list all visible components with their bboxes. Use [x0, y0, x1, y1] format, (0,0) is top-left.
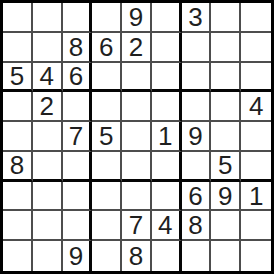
cell-r4c6[interactable] [152, 92, 182, 122]
cell-r2c3[interactable]: 8 [63, 33, 93, 63]
cell-r3c5[interactable] [122, 63, 152, 93]
cell-r9c2[interactable] [33, 241, 63, 271]
cell-r4c3[interactable] [63, 92, 93, 122]
cell-r9c8[interactable] [211, 241, 241, 271]
cell-r7c4[interactable] [92, 182, 122, 212]
cell-r3c2[interactable]: 4 [33, 63, 63, 93]
cell-r2c6[interactable] [152, 33, 182, 63]
cell-r5c4[interactable]: 5 [92, 122, 122, 152]
cell-r2c8[interactable] [211, 33, 241, 63]
cell-r7c8[interactable]: 9 [211, 182, 241, 212]
cell-r1c7[interactable]: 3 [182, 3, 212, 33]
cell-r1c1[interactable] [3, 3, 33, 33]
cell-r1c8[interactable] [211, 3, 241, 33]
cell-r6c1[interactable]: 8 [3, 152, 33, 182]
cell-r5c7[interactable]: 9 [182, 122, 212, 152]
cell-r2c4[interactable]: 6 [92, 33, 122, 63]
cell-r8c6[interactable]: 4 [152, 211, 182, 241]
cell-r3c8[interactable] [211, 63, 241, 93]
cell-r4c2[interactable]: 2 [33, 92, 63, 122]
cell-r4c1[interactable] [3, 92, 33, 122]
cell-r9c5[interactable]: 8 [122, 241, 152, 271]
cell-r9c9[interactable] [241, 241, 271, 271]
cell-r8c9[interactable] [241, 211, 271, 241]
cell-r8c5[interactable]: 7 [122, 211, 152, 241]
cell-r2c2[interactable] [33, 33, 63, 63]
cell-r8c8[interactable] [211, 211, 241, 241]
cell-r9c3[interactable]: 9 [63, 241, 93, 271]
cell-r7c9[interactable]: 1 [241, 182, 271, 212]
cell-r7c5[interactable] [122, 182, 152, 212]
cell-r3c1[interactable]: 5 [3, 63, 33, 93]
cell-r5c9[interactable] [241, 122, 271, 152]
cell-r1c4[interactable] [92, 3, 122, 33]
cell-r9c7[interactable] [182, 241, 212, 271]
cell-r9c6[interactable] [152, 241, 182, 271]
cell-r8c4[interactable] [92, 211, 122, 241]
cell-r5c3[interactable]: 7 [63, 122, 93, 152]
cell-r3c7[interactable] [182, 63, 212, 93]
cell-r6c3[interactable] [63, 152, 93, 182]
cell-r6c6[interactable] [152, 152, 182, 182]
cell-r8c7[interactable]: 8 [182, 211, 212, 241]
cell-r1c2[interactable] [33, 3, 63, 33]
cell-r6c2[interactable] [33, 152, 63, 182]
cell-r1c9[interactable] [241, 3, 271, 33]
cell-r5c5[interactable] [122, 122, 152, 152]
sudoku-board: 9 3 8 6 2 5 4 6 2 4 7 5 1 9 8 5 [0, 0, 274, 274]
cell-r1c6[interactable] [152, 3, 182, 33]
cell-r4c9[interactable]: 4 [241, 92, 271, 122]
cell-r2c1[interactable] [3, 33, 33, 63]
cell-r7c1[interactable] [3, 182, 33, 212]
cell-r8c1[interactable] [3, 211, 33, 241]
cell-r4c4[interactable] [92, 92, 122, 122]
cell-r4c8[interactable] [211, 92, 241, 122]
cell-r1c3[interactable] [63, 3, 93, 33]
cell-r4c7[interactable] [182, 92, 212, 122]
cell-r8c3[interactable] [63, 211, 93, 241]
cell-r5c1[interactable] [3, 122, 33, 152]
cell-r5c2[interactable] [33, 122, 63, 152]
cell-r9c1[interactable] [3, 241, 33, 271]
cell-r7c2[interactable] [33, 182, 63, 212]
cell-r6c5[interactable] [122, 152, 152, 182]
cell-r8c2[interactable] [33, 211, 63, 241]
cell-r3c6[interactable] [152, 63, 182, 93]
cell-r7c6[interactable] [152, 182, 182, 212]
cell-r3c3[interactable]: 6 [63, 63, 93, 93]
cell-r7c3[interactable] [63, 182, 93, 212]
cell-r2c5[interactable]: 2 [122, 33, 152, 63]
cell-r6c4[interactable] [92, 152, 122, 182]
cell-r3c9[interactable] [241, 63, 271, 93]
cell-r5c6[interactable]: 1 [152, 122, 182, 152]
cell-r7c7[interactable]: 6 [182, 182, 212, 212]
cell-r6c8[interactable]: 5 [211, 152, 241, 182]
cell-r9c4[interactable] [92, 241, 122, 271]
cell-r6c9[interactable] [241, 152, 271, 182]
cell-r2c9[interactable] [241, 33, 271, 63]
cell-r2c7[interactable] [182, 33, 212, 63]
cell-r3c4[interactable] [92, 63, 122, 93]
cell-r5c8[interactable] [211, 122, 241, 152]
cell-r1c5[interactable]: 9 [122, 3, 152, 33]
cell-r4c5[interactable] [122, 92, 152, 122]
cell-r6c7[interactable] [182, 152, 212, 182]
